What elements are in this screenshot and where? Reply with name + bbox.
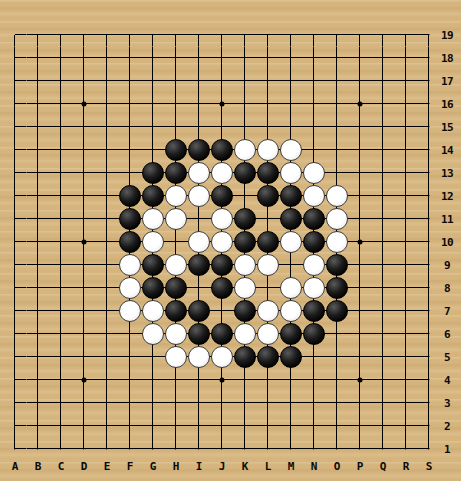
- intersection-H1[interactable]: [165, 438, 188, 461]
- intersection-J1[interactable]: [211, 438, 234, 461]
- intersection-N15[interactable]: [303, 116, 326, 139]
- intersection-I15[interactable]: [188, 116, 211, 139]
- intersection-A16[interactable]: [4, 93, 27, 116]
- intersection-Q1[interactable]: [372, 438, 395, 461]
- intersection-O1[interactable]: [326, 438, 349, 461]
- intersection-J17[interactable]: [211, 70, 234, 93]
- intersection-F11[interactable]: [119, 208, 142, 231]
- intersection-Q18[interactable]: [372, 47, 395, 70]
- intersection-L7[interactable]: [257, 300, 280, 323]
- intersection-N6[interactable]: [303, 323, 326, 346]
- intersection-J3[interactable]: [211, 392, 234, 415]
- intersection-K3[interactable]: [234, 392, 257, 415]
- intersection-I4[interactable]: [188, 369, 211, 392]
- intersection-P17[interactable]: [349, 70, 372, 93]
- intersection-E18[interactable]: [96, 47, 119, 70]
- intersection-L15[interactable]: [257, 116, 280, 139]
- intersection-A5[interactable]: [4, 346, 27, 369]
- intersection-P11[interactable]: [349, 208, 372, 231]
- intersection-C2[interactable]: [50, 415, 73, 438]
- intersection-Q5[interactable]: [372, 346, 395, 369]
- intersection-K17[interactable]: [234, 70, 257, 93]
- intersection-A12[interactable]: [4, 185, 27, 208]
- intersection-E13[interactable]: [96, 162, 119, 185]
- intersection-K14[interactable]: [234, 139, 257, 162]
- intersection-O16[interactable]: [326, 93, 349, 116]
- intersection-M1[interactable]: [280, 438, 303, 461]
- intersection-C16[interactable]: [50, 93, 73, 116]
- intersection-D16[interactable]: [73, 93, 96, 116]
- intersection-I17[interactable]: [188, 70, 211, 93]
- intersection-K6[interactable]: [234, 323, 257, 346]
- intersection-I16[interactable]: [188, 93, 211, 116]
- intersection-G11[interactable]: [142, 208, 165, 231]
- intersection-C7[interactable]: [50, 300, 73, 323]
- intersection-N3[interactable]: [303, 392, 326, 415]
- intersection-G6[interactable]: [142, 323, 165, 346]
- intersection-C9[interactable]: [50, 254, 73, 277]
- intersection-R12[interactable]: [395, 185, 418, 208]
- intersection-F9[interactable]: [119, 254, 142, 277]
- intersection-N11[interactable]: [303, 208, 326, 231]
- intersection-J18[interactable]: [211, 47, 234, 70]
- intersection-G18[interactable]: [142, 47, 165, 70]
- intersection-F18[interactable]: [119, 47, 142, 70]
- intersection-Q6[interactable]: [372, 323, 395, 346]
- intersection-J5[interactable]: [211, 346, 234, 369]
- intersection-D18[interactable]: [73, 47, 96, 70]
- intersection-B15[interactable]: [27, 116, 50, 139]
- intersection-L13[interactable]: [257, 162, 280, 185]
- intersection-K7[interactable]: [234, 300, 257, 323]
- intersection-O5[interactable]: [326, 346, 349, 369]
- intersection-F8[interactable]: [119, 277, 142, 300]
- intersection-K9[interactable]: [234, 254, 257, 277]
- intersection-B11[interactable]: [27, 208, 50, 231]
- intersection-C5[interactable]: [50, 346, 73, 369]
- intersection-N7[interactable]: [303, 300, 326, 323]
- intersection-E17[interactable]: [96, 70, 119, 93]
- intersection-K13[interactable]: [234, 162, 257, 185]
- intersection-P14[interactable]: [349, 139, 372, 162]
- intersection-R5[interactable]: [395, 346, 418, 369]
- intersection-G5[interactable]: [142, 346, 165, 369]
- intersection-A11[interactable]: [4, 208, 27, 231]
- intersection-H5[interactable]: [165, 346, 188, 369]
- intersection-H7[interactable]: [165, 300, 188, 323]
- intersection-K18[interactable]: [234, 47, 257, 70]
- intersection-N18[interactable]: [303, 47, 326, 70]
- intersection-M15[interactable]: [280, 116, 303, 139]
- intersection-P12[interactable]: [349, 185, 372, 208]
- intersection-A15[interactable]: [4, 116, 27, 139]
- intersection-D15[interactable]: [73, 116, 96, 139]
- intersection-D4[interactable]: [73, 369, 96, 392]
- intersection-F5[interactable]: [119, 346, 142, 369]
- intersection-G2[interactable]: [142, 415, 165, 438]
- intersection-D12[interactable]: [73, 185, 96, 208]
- intersection-H17[interactable]: [165, 70, 188, 93]
- intersection-J13[interactable]: [211, 162, 234, 185]
- intersection-M4[interactable]: [280, 369, 303, 392]
- intersection-F2[interactable]: [119, 415, 142, 438]
- intersection-G3[interactable]: [142, 392, 165, 415]
- intersection-H3[interactable]: [165, 392, 188, 415]
- intersection-M13[interactable]: [280, 162, 303, 185]
- intersection-D3[interactable]: [73, 392, 96, 415]
- intersection-Q7[interactable]: [372, 300, 395, 323]
- intersection-H13[interactable]: [165, 162, 188, 185]
- intersection-E2[interactable]: [96, 415, 119, 438]
- intersection-N12[interactable]: [303, 185, 326, 208]
- intersection-A9[interactable]: [4, 254, 27, 277]
- intersection-M3[interactable]: [280, 392, 303, 415]
- intersection-N8[interactable]: [303, 277, 326, 300]
- intersection-M12[interactable]: [280, 185, 303, 208]
- intersection-Q4[interactable]: [372, 369, 395, 392]
- intersection-L10[interactable]: [257, 231, 280, 254]
- intersection-L6[interactable]: [257, 323, 280, 346]
- intersection-D13[interactable]: [73, 162, 96, 185]
- intersection-C6[interactable]: [50, 323, 73, 346]
- intersection-D19[interactable]: [73, 24, 96, 47]
- intersection-E16[interactable]: [96, 93, 119, 116]
- intersection-D17[interactable]: [73, 70, 96, 93]
- intersection-A6[interactable]: [4, 323, 27, 346]
- intersection-G9[interactable]: [142, 254, 165, 277]
- intersection-K12[interactable]: [234, 185, 257, 208]
- intersection-A10[interactable]: [4, 231, 27, 254]
- intersection-R9[interactable]: [395, 254, 418, 277]
- intersection-J11[interactable]: [211, 208, 234, 231]
- intersection-O19[interactable]: [326, 24, 349, 47]
- intersection-P18[interactable]: [349, 47, 372, 70]
- intersection-B12[interactable]: [27, 185, 50, 208]
- intersection-F16[interactable]: [119, 93, 142, 116]
- intersection-B14[interactable]: [27, 139, 50, 162]
- intersection-J10[interactable]: [211, 231, 234, 254]
- intersection-G1[interactable]: [142, 438, 165, 461]
- intersection-P16[interactable]: [349, 93, 372, 116]
- intersection-F7[interactable]: [119, 300, 142, 323]
- intersection-M11[interactable]: [280, 208, 303, 231]
- intersection-R10[interactable]: [395, 231, 418, 254]
- intersection-A13[interactable]: [4, 162, 27, 185]
- intersection-C13[interactable]: [50, 162, 73, 185]
- intersection-Q15[interactable]: [372, 116, 395, 139]
- intersection-B7[interactable]: [27, 300, 50, 323]
- intersection-P3[interactable]: [349, 392, 372, 415]
- intersection-E5[interactable]: [96, 346, 119, 369]
- intersection-F13[interactable]: [119, 162, 142, 185]
- intersection-M2[interactable]: [280, 415, 303, 438]
- intersection-R19[interactable]: [395, 24, 418, 47]
- intersection-N17[interactable]: [303, 70, 326, 93]
- intersection-B9[interactable]: [27, 254, 50, 277]
- intersection-K4[interactable]: [234, 369, 257, 392]
- intersection-I18[interactable]: [188, 47, 211, 70]
- intersection-I19[interactable]: [188, 24, 211, 47]
- intersection-L2[interactable]: [257, 415, 280, 438]
- intersection-N14[interactable]: [303, 139, 326, 162]
- intersection-D14[interactable]: [73, 139, 96, 162]
- intersection-J6[interactable]: [211, 323, 234, 346]
- intersection-R15[interactable]: [395, 116, 418, 139]
- intersection-I5[interactable]: [188, 346, 211, 369]
- intersection-O15[interactable]: [326, 116, 349, 139]
- intersection-G17[interactable]: [142, 70, 165, 93]
- intersection-M16[interactable]: [280, 93, 303, 116]
- intersection-O9[interactable]: [326, 254, 349, 277]
- intersection-I10[interactable]: [188, 231, 211, 254]
- intersection-L19[interactable]: [257, 24, 280, 47]
- intersection-Q12[interactable]: [372, 185, 395, 208]
- intersection-K11[interactable]: [234, 208, 257, 231]
- intersection-M18[interactable]: [280, 47, 303, 70]
- intersection-H18[interactable]: [165, 47, 188, 70]
- intersection-G13[interactable]: [142, 162, 165, 185]
- intersection-Q13[interactable]: [372, 162, 395, 185]
- intersection-N5[interactable]: [303, 346, 326, 369]
- intersection-D10[interactable]: [73, 231, 96, 254]
- intersection-E8[interactable]: [96, 277, 119, 300]
- intersection-D8[interactable]: [73, 277, 96, 300]
- intersection-H9[interactable]: [165, 254, 188, 277]
- intersection-I13[interactable]: [188, 162, 211, 185]
- intersection-D6[interactable]: [73, 323, 96, 346]
- intersection-C18[interactable]: [50, 47, 73, 70]
- intersection-I6[interactable]: [188, 323, 211, 346]
- intersection-O11[interactable]: [326, 208, 349, 231]
- intersection-E14[interactable]: [96, 139, 119, 162]
- intersection-A14[interactable]: [4, 139, 27, 162]
- intersection-A3[interactable]: [4, 392, 27, 415]
- intersection-H15[interactable]: [165, 116, 188, 139]
- intersection-M8[interactable]: [280, 277, 303, 300]
- intersection-B16[interactable]: [27, 93, 50, 116]
- intersection-O14[interactable]: [326, 139, 349, 162]
- intersection-K5[interactable]: [234, 346, 257, 369]
- intersection-F12[interactable]: [119, 185, 142, 208]
- intersection-J14[interactable]: [211, 139, 234, 162]
- intersection-B6[interactable]: [27, 323, 50, 346]
- intersection-H10[interactable]: [165, 231, 188, 254]
- intersection-C11[interactable]: [50, 208, 73, 231]
- intersection-M10[interactable]: [280, 231, 303, 254]
- intersection-F10[interactable]: [119, 231, 142, 254]
- intersection-L17[interactable]: [257, 70, 280, 93]
- intersection-Q3[interactable]: [372, 392, 395, 415]
- intersection-R17[interactable]: [395, 70, 418, 93]
- intersection-C1[interactable]: [50, 438, 73, 461]
- intersection-I2[interactable]: [188, 415, 211, 438]
- intersection-O2[interactable]: [326, 415, 349, 438]
- intersection-B5[interactable]: [27, 346, 50, 369]
- intersection-K10[interactable]: [234, 231, 257, 254]
- intersection-A7[interactable]: [4, 300, 27, 323]
- intersection-L18[interactable]: [257, 47, 280, 70]
- intersection-E4[interactable]: [96, 369, 119, 392]
- intersection-M6[interactable]: [280, 323, 303, 346]
- intersection-Q17[interactable]: [372, 70, 395, 93]
- intersection-F3[interactable]: [119, 392, 142, 415]
- intersection-B4[interactable]: [27, 369, 50, 392]
- intersection-F1[interactable]: [119, 438, 142, 461]
- intersection-P19[interactable]: [349, 24, 372, 47]
- intersection-I8[interactable]: [188, 277, 211, 300]
- intersection-P2[interactable]: [349, 415, 372, 438]
- intersection-R14[interactable]: [395, 139, 418, 162]
- intersection-K15[interactable]: [234, 116, 257, 139]
- intersection-C19[interactable]: [50, 24, 73, 47]
- intersection-J19[interactable]: [211, 24, 234, 47]
- intersection-G10[interactable]: [142, 231, 165, 254]
- intersection-H2[interactable]: [165, 415, 188, 438]
- intersection-E7[interactable]: [96, 300, 119, 323]
- intersection-Q19[interactable]: [372, 24, 395, 47]
- intersection-Q10[interactable]: [372, 231, 395, 254]
- intersection-R8[interactable]: [395, 277, 418, 300]
- intersection-H8[interactable]: [165, 277, 188, 300]
- intersection-D9[interactable]: [73, 254, 96, 277]
- intersection-R1[interactable]: [395, 438, 418, 461]
- intersection-J15[interactable]: [211, 116, 234, 139]
- intersection-R11[interactable]: [395, 208, 418, 231]
- intersection-P1[interactable]: [349, 438, 372, 461]
- intersection-G12[interactable]: [142, 185, 165, 208]
- intersection-M19[interactable]: [280, 24, 303, 47]
- intersection-H19[interactable]: [165, 24, 188, 47]
- intersection-E3[interactable]: [96, 392, 119, 415]
- intersection-Q16[interactable]: [372, 93, 395, 116]
- intersection-E9[interactable]: [96, 254, 119, 277]
- intersection-E19[interactable]: [96, 24, 119, 47]
- intersection-R16[interactable]: [395, 93, 418, 116]
- intersection-H12[interactable]: [165, 185, 188, 208]
- intersection-N13[interactable]: [303, 162, 326, 185]
- intersection-G7[interactable]: [142, 300, 165, 323]
- intersection-P9[interactable]: [349, 254, 372, 277]
- intersection-G14[interactable]: [142, 139, 165, 162]
- intersection-L12[interactable]: [257, 185, 280, 208]
- intersection-C17[interactable]: [50, 70, 73, 93]
- intersection-M14[interactable]: [280, 139, 303, 162]
- intersection-O6[interactable]: [326, 323, 349, 346]
- intersection-O13[interactable]: [326, 162, 349, 185]
- intersection-C10[interactable]: [50, 231, 73, 254]
- intersection-G16[interactable]: [142, 93, 165, 116]
- intersection-A8[interactable]: [4, 277, 27, 300]
- intersection-L3[interactable]: [257, 392, 280, 415]
- intersection-O8[interactable]: [326, 277, 349, 300]
- intersection-P13[interactable]: [349, 162, 372, 185]
- intersection-F17[interactable]: [119, 70, 142, 93]
- intersection-N9[interactable]: [303, 254, 326, 277]
- intersection-I1[interactable]: [188, 438, 211, 461]
- intersection-R3[interactable]: [395, 392, 418, 415]
- intersection-I11[interactable]: [188, 208, 211, 231]
- intersection-J7[interactable]: [211, 300, 234, 323]
- intersection-A19[interactable]: [4, 24, 27, 47]
- intersection-R4[interactable]: [395, 369, 418, 392]
- intersection-L5[interactable]: [257, 346, 280, 369]
- intersection-M7[interactable]: [280, 300, 303, 323]
- intersection-A18[interactable]: [4, 47, 27, 70]
- intersection-H14[interactable]: [165, 139, 188, 162]
- intersection-E11[interactable]: [96, 208, 119, 231]
- intersection-M5[interactable]: [280, 346, 303, 369]
- intersection-N10[interactable]: [303, 231, 326, 254]
- intersection-P10[interactable]: [349, 231, 372, 254]
- intersection-L16[interactable]: [257, 93, 280, 116]
- intersection-K19[interactable]: [234, 24, 257, 47]
- intersection-N19[interactable]: [303, 24, 326, 47]
- intersection-A1[interactable]: [4, 438, 27, 461]
- intersection-M17[interactable]: [280, 70, 303, 93]
- intersection-D2[interactable]: [73, 415, 96, 438]
- intersection-K8[interactable]: [234, 277, 257, 300]
- intersection-R13[interactable]: [395, 162, 418, 185]
- intersection-B13[interactable]: [27, 162, 50, 185]
- intersection-R7[interactable]: [395, 300, 418, 323]
- intersection-P4[interactable]: [349, 369, 372, 392]
- intersection-C8[interactable]: [50, 277, 73, 300]
- intersection-R2[interactable]: [395, 415, 418, 438]
- intersection-I3[interactable]: [188, 392, 211, 415]
- intersection-F19[interactable]: [119, 24, 142, 47]
- intersection-F14[interactable]: [119, 139, 142, 162]
- intersection-O12[interactable]: [326, 185, 349, 208]
- intersection-R18[interactable]: [395, 47, 418, 70]
- intersection-B10[interactable]: [27, 231, 50, 254]
- intersection-O17[interactable]: [326, 70, 349, 93]
- intersection-P6[interactable]: [349, 323, 372, 346]
- intersection-P7[interactable]: [349, 300, 372, 323]
- intersection-B17[interactable]: [27, 70, 50, 93]
- intersection-G19[interactable]: [142, 24, 165, 47]
- intersection-J4[interactable]: [211, 369, 234, 392]
- intersection-L14[interactable]: [257, 139, 280, 162]
- intersection-Q11[interactable]: [372, 208, 395, 231]
- intersection-Q9[interactable]: [372, 254, 395, 277]
- intersection-J2[interactable]: [211, 415, 234, 438]
- intersection-C14[interactable]: [50, 139, 73, 162]
- intersection-A4[interactable]: [4, 369, 27, 392]
- intersection-J8[interactable]: [211, 277, 234, 300]
- intersection-I7[interactable]: [188, 300, 211, 323]
- intersection-K1[interactable]: [234, 438, 257, 461]
- intersection-N4[interactable]: [303, 369, 326, 392]
- intersection-O3[interactable]: [326, 392, 349, 415]
- intersection-E6[interactable]: [96, 323, 119, 346]
- intersection-G4[interactable]: [142, 369, 165, 392]
- intersection-L9[interactable]: [257, 254, 280, 277]
- intersection-Q8[interactable]: [372, 277, 395, 300]
- intersection-O10[interactable]: [326, 231, 349, 254]
- intersection-H6[interactable]: [165, 323, 188, 346]
- intersection-F6[interactable]: [119, 323, 142, 346]
- intersection-B19[interactable]: [27, 24, 50, 47]
- intersection-C3[interactable]: [50, 392, 73, 415]
- intersection-P8[interactable]: [349, 277, 372, 300]
- intersection-M9[interactable]: [280, 254, 303, 277]
- intersection-E15[interactable]: [96, 116, 119, 139]
- intersection-O18[interactable]: [326, 47, 349, 70]
- intersection-F4[interactable]: [119, 369, 142, 392]
- intersection-C12[interactable]: [50, 185, 73, 208]
- intersection-L1[interactable]: [257, 438, 280, 461]
- intersection-Q14[interactable]: [372, 139, 395, 162]
